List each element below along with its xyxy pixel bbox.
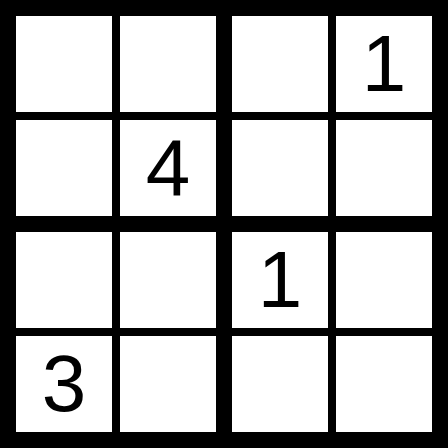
cell-r4c1[interactable]: 3	[16, 336, 112, 432]
cell-r3c4[interactable]	[336, 232, 432, 328]
cell-r2c4[interactable]	[336, 120, 432, 216]
cell-r2c1[interactable]	[16, 120, 112, 216]
cell-r3c2[interactable]	[120, 232, 216, 328]
cell-r3c1[interactable]	[16, 232, 112, 328]
cell-r3c3[interactable]: 1	[232, 232, 328, 328]
cell-r2c3[interactable]	[232, 120, 328, 216]
cell-r1c1[interactable]	[16, 16, 112, 112]
cell-r4c4[interactable]	[336, 336, 432, 432]
cell-r4c2[interactable]	[120, 336, 216, 432]
cell-r2c2[interactable]: 4	[120, 120, 216, 216]
cell-r1c3[interactable]	[232, 16, 328, 112]
cell-r1c4[interactable]: 1	[336, 16, 432, 112]
cell-r4c3[interactable]	[232, 336, 328, 432]
sudoku-board: 1 4 1 3	[0, 0, 448, 448]
cell-r1c2[interactable]	[120, 16, 216, 112]
